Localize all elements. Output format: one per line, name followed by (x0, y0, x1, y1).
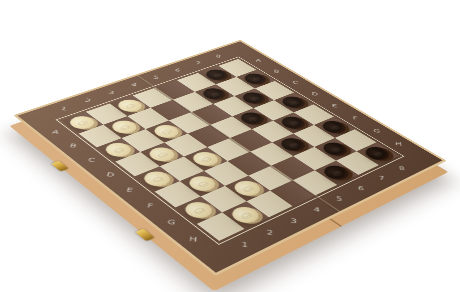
square-D3[interactable] (164, 134, 207, 157)
coord-label-8: 8 (386, 161, 418, 175)
square-D1[interactable] (115, 152, 159, 176)
coord-label-2: 2 (253, 224, 287, 241)
square-F2[interactable]: ⛀ (180, 171, 225, 197)
board-photo-scene: ABCDEFGH ABCDEFGH 12345678 12345678 ⛀⛀⛂⛀… (0, 0, 460, 292)
checker-light-G1[interactable]: ⛀ (180, 199, 217, 221)
square-B1[interactable] (79, 125, 122, 148)
number-labels-bottom: 12345678 (225, 159, 420, 257)
square-G1[interactable]: ⛀ (175, 196, 222, 223)
checker-light-E3[interactable]: ⛀ (188, 149, 223, 168)
coord-label-G: G (366, 122, 387, 139)
square-H6[interactable]: ⛂ (315, 161, 359, 185)
square-G2[interactable] (201, 186, 247, 213)
square-E1[interactable]: ⛀ (135, 166, 180, 191)
coord-label-5: 5 (323, 191, 356, 207)
checker-light-F2[interactable]: ⛀ (184, 173, 220, 193)
square-G4[interactable] (248, 166, 292, 191)
checker-light-G3[interactable]: ⛀ (229, 178, 265, 199)
square-F4[interactable] (228, 152, 272, 176)
square-E4[interactable] (207, 138, 250, 161)
coord-label-F: F (137, 195, 163, 217)
coord-label-C: C (286, 75, 304, 90)
coord-label-G: G (158, 211, 184, 233)
coord-label-1: 1 (227, 236, 262, 254)
coord-label-4: 4 (301, 202, 334, 218)
coord-label-H: H (180, 228, 206, 251)
brass-hinge-icon (51, 161, 68, 172)
coord-label-B: B (267, 64, 285, 79)
square-H5[interactable] (293, 170, 337, 195)
brass-hinge-icon (135, 229, 154, 242)
square-C2[interactable] (122, 129, 165, 152)
square-G6[interactable] (293, 147, 336, 170)
square-H7[interactable] (336, 151, 379, 175)
coord-label-7: 7 (366, 171, 398, 186)
checker-dark-H6[interactable]: ⛂ (319, 163, 354, 182)
coord-label-D: D (97, 165, 123, 185)
letter-labels-left: ABCDEFGH (38, 122, 213, 252)
square-E3[interactable]: ⛀ (184, 147, 228, 171)
checker-light-E1[interactable]: ⛀ (139, 169, 175, 189)
coord-label-E: E (325, 98, 344, 114)
coord-label-6: 6 (345, 181, 377, 196)
checker-light-D2[interactable]: ⛀ (145, 145, 180, 164)
square-F3[interactable] (204, 161, 248, 186)
checker-light-C1[interactable]: ⛀ (101, 140, 136, 159)
square-D2[interactable]: ⛀ (140, 143, 184, 167)
coord-label-A: A (42, 123, 68, 141)
square-H1[interactable] (197, 212, 245, 241)
square-G3[interactable]: ⛀ (225, 176, 270, 202)
square-G5[interactable] (271, 156, 315, 180)
square-F1[interactable] (155, 181, 201, 207)
checker-light-H2[interactable]: ⛀ (227, 204, 264, 226)
square-H4[interactable] (270, 180, 315, 206)
coord-label-E: E (117, 180, 143, 201)
coord-label-A: A (249, 53, 267, 67)
coord-label-B: B (60, 136, 86, 155)
checkers-board: ABCDEFGH ABCDEFGH 12345678 12345678 ⛀⛀⛂⛀… (13, 40, 446, 276)
coord-label-3: 3 (277, 213, 310, 230)
coord-label-F: F (345, 110, 365, 127)
square-H2[interactable]: ⛀ (222, 201, 269, 229)
coord-label-C: C (78, 150, 104, 169)
square-H3[interactable] (247, 191, 293, 218)
square-C1[interactable]: ⛀ (97, 138, 141, 162)
square-E2[interactable] (160, 157, 204, 182)
square-F5[interactable] (250, 142, 293, 165)
coord-label-D: D (306, 86, 325, 102)
